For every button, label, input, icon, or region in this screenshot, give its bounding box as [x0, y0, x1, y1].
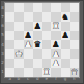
square-a2[interactable]	[5, 59, 14, 68]
black-pawn[interactable]: ♟	[51, 40, 60, 49]
square-h6[interactable]	[70, 22, 79, 31]
square-b6[interactable]	[14, 22, 23, 31]
square-f4[interactable]: ♟	[51, 40, 60, 49]
square-c3[interactable]	[24, 49, 33, 58]
square-h8[interactable]	[70, 3, 79, 12]
square-d4[interactable]: ♛	[33, 40, 42, 49]
square-h5[interactable]	[70, 31, 79, 40]
white-pawn[interactable]: ♟	[51, 59, 60, 68]
square-a5[interactable]	[5, 31, 14, 40]
square-b2[interactable]	[14, 59, 23, 68]
black-pawn[interactable]: ♟	[33, 22, 42, 31]
file-label-h: h	[70, 77, 79, 84]
file-label-c: c	[24, 77, 33, 84]
square-c7[interactable]	[24, 12, 33, 21]
file-label-f: f	[51, 77, 60, 84]
square-b5[interactable]	[14, 31, 23, 40]
square-h4[interactable]	[70, 40, 79, 49]
square-g3[interactable]	[61, 49, 70, 58]
file-label-d: d	[33, 77, 42, 84]
square-b7[interactable]	[14, 12, 23, 21]
square-b4[interactable]	[14, 40, 23, 49]
square-a6[interactable]	[5, 22, 14, 31]
square-g5[interactable]: ♟	[61, 31, 70, 40]
file-label-g: g	[61, 77, 70, 84]
square-g7[interactable]: ♞	[61, 12, 70, 21]
square-d6[interactable]: ♟	[33, 22, 42, 31]
chess-board: ♞♟♜♟♟♟♛♟♚♟♟♜♛	[5, 3, 79, 77]
square-d2[interactable]	[33, 59, 42, 68]
square-g2[interactable]	[61, 59, 70, 68]
square-g8[interactable]	[61, 3, 70, 12]
white-pawn[interactable]: ♟	[24, 40, 33, 49]
file-label-a: a	[5, 77, 14, 84]
square-e6[interactable]	[42, 22, 51, 31]
square-c4[interactable]: ♟	[24, 40, 33, 49]
white-king[interactable]: ♚	[14, 49, 23, 58]
square-h3[interactable]	[70, 49, 79, 58]
square-e4[interactable]	[42, 40, 51, 49]
square-d8[interactable]	[33, 3, 42, 12]
square-a7[interactable]	[5, 12, 14, 21]
square-e7[interactable]	[42, 12, 51, 21]
file-label-b: b	[14, 77, 23, 84]
white-rook[interactable]: ♜	[51, 22, 60, 31]
square-b8[interactable]	[14, 3, 23, 12]
square-f2[interactable]: ♟	[51, 59, 60, 68]
black-queen[interactable]: ♛	[33, 40, 42, 49]
square-c8[interactable]	[24, 3, 33, 12]
square-f8[interactable]	[51, 3, 60, 12]
square-g4[interactable]	[61, 40, 70, 49]
square-a3[interactable]	[5, 49, 14, 58]
square-d3[interactable]	[33, 49, 42, 58]
chess-diagram: 87654321 ♞♟♜♟♟♟♛♟♚♟♟♜♛ abcdefgh	[0, 0, 84, 84]
black-pawn[interactable]: ♟	[61, 31, 70, 40]
square-e5[interactable]	[42, 31, 51, 40]
square-e3[interactable]	[42, 49, 51, 58]
square-e8[interactable]	[42, 3, 51, 12]
square-h7[interactable]	[70, 12, 79, 21]
square-c2[interactable]	[24, 59, 33, 68]
file-labels: abcdefgh	[5, 77, 79, 84]
black-knight[interactable]: ♞	[61, 12, 70, 21]
square-b3[interactable]: ♚	[14, 49, 23, 58]
square-f6[interactable]: ♜	[51, 22, 60, 31]
file-label-e: e	[42, 77, 51, 84]
square-a4[interactable]	[5, 40, 14, 49]
square-a8[interactable]	[5, 3, 14, 12]
